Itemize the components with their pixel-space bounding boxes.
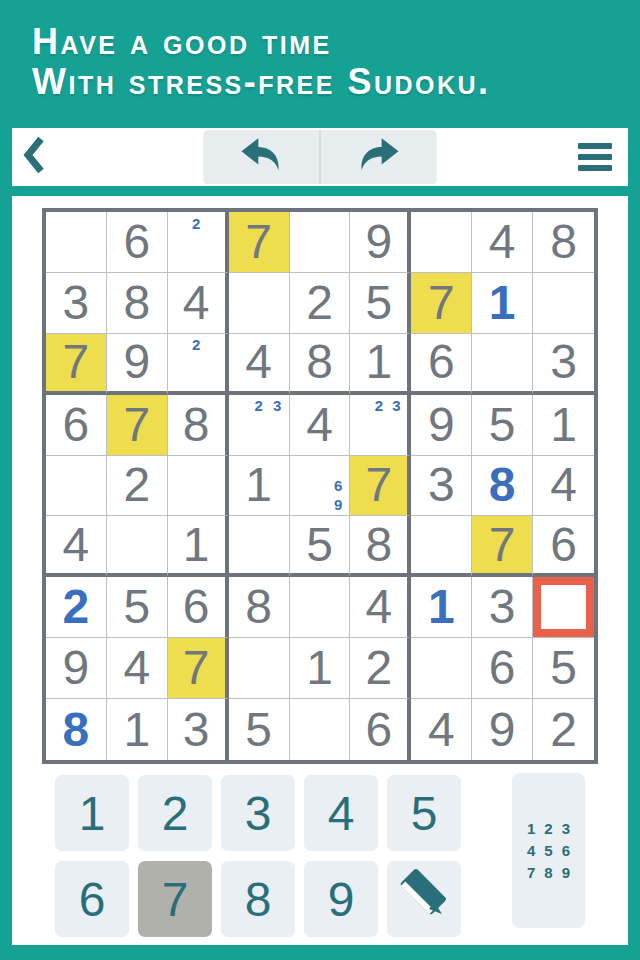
main-panel: 6279483842571792481636782342395121697384…: [12, 196, 628, 945]
keypad-row-2: 6789: [55, 861, 461, 937]
given-digit: 6: [183, 583, 210, 631]
keypad-key-3[interactable]: 3: [221, 775, 295, 851]
given-digit: 5: [366, 279, 393, 327]
pencil-mark-3: 3: [268, 397, 287, 416]
keypad-row-1: 12345: [55, 775, 461, 851]
cell-r2c9[interactable]: [533, 273, 594, 334]
headline-line2: With stress-free Sudoku.: [32, 62, 491, 102]
given-digit: 7: [123, 401, 150, 449]
given-digit: 3: [550, 338, 577, 386]
cell-r9c6[interactable]: 6: [350, 699, 411, 760]
cell-r8c5[interactable]: 1: [290, 638, 351, 699]
given-digit: 4: [366, 583, 393, 631]
cell-r2c3[interactable]: 4: [168, 273, 229, 334]
cell-r5c9[interactable]: 4: [533, 456, 594, 517]
keypad-key-1[interactable]: 1: [55, 775, 129, 851]
cell-r3c7[interactable]: 6: [411, 334, 472, 395]
given-digit: 5: [306, 521, 333, 569]
pencil-mark-2: 2: [370, 397, 388, 416]
pencil-mark-2: 2: [249, 397, 268, 416]
cell-r2c2[interactable]: 8: [107, 273, 168, 334]
cell-r4c9[interactable]: 1: [533, 395, 594, 456]
keypad-key-2[interactable]: 2: [138, 775, 212, 851]
redo-arrow-icon: [355, 135, 403, 179]
given-digit: 7: [366, 461, 393, 509]
cell-r1c5[interactable]: [290, 212, 351, 273]
given-digit: 6: [489, 644, 516, 692]
cell-r3c9[interactable]: 3: [533, 334, 594, 395]
keypad-key-4[interactable]: 4: [304, 775, 378, 851]
given-digit: 8: [306, 338, 333, 386]
given-digit: 6: [428, 338, 455, 386]
given-digit: 5: [245, 706, 272, 754]
pencil-marks: 23: [352, 397, 405, 453]
keypad-key-8[interactable]: 8: [221, 861, 295, 937]
cell-r5c3[interactable]: [168, 456, 229, 517]
undo-arrow-icon: [238, 135, 286, 179]
eraser-button[interactable]: [387, 861, 461, 937]
cell-r5c2[interactable]: 2: [107, 456, 168, 517]
given-digit: 6: [366, 706, 393, 754]
back-chevron-icon: [22, 134, 48, 180]
user-digit: 8: [63, 706, 90, 754]
cell-r4c6[interactable]: 23: [350, 395, 411, 456]
given-digit: 5: [123, 583, 150, 631]
cell-r3c4[interactable]: 4: [229, 334, 290, 395]
given-digit: 1: [245, 461, 272, 509]
given-digit: 6: [63, 401, 90, 449]
given-digit: 1: [366, 338, 393, 386]
cell-r6c9[interactable]: 6: [533, 516, 594, 577]
cell-r1c1[interactable]: [46, 212, 107, 273]
menu-button[interactable]: [578, 143, 612, 171]
cell-r3c1[interactable]: 7: [46, 334, 107, 395]
given-digit: 8: [245, 583, 272, 631]
given-digit: 9: [366, 218, 393, 266]
cell-r6c3[interactable]: 1: [168, 516, 229, 577]
cell-r3c2[interactable]: 9: [107, 334, 168, 395]
pencil-mark-9: 9: [329, 495, 348, 514]
cell-r8c1[interactable]: 9: [46, 638, 107, 699]
cell-r5c5[interactable]: 69: [290, 456, 351, 517]
notes-mode-button[interactable]: 123456789: [512, 773, 585, 928]
given-digit: 1: [550, 401, 577, 449]
given-digit: 2: [550, 706, 577, 754]
toolbar: [12, 128, 628, 186]
keypad-key-7[interactable]: 7: [138, 861, 212, 937]
given-digit: 2: [123, 461, 150, 509]
pencil-mark-2: 2: [187, 214, 205, 233]
cell-r6c8[interactable]: 7: [472, 516, 533, 577]
cell-r6c6[interactable]: 8: [350, 516, 411, 577]
cell-r7c1[interactable]: 2: [46, 577, 107, 638]
cell-r8c3[interactable]: 7: [168, 638, 229, 699]
cell-r3c5[interactable]: 8: [290, 334, 351, 395]
given-digit: 4: [489, 218, 516, 266]
cell-r6c1[interactable]: 4: [46, 516, 107, 577]
user-digit: 8: [489, 461, 516, 509]
app-headline: Have a good time With stress-free Sudoku…: [32, 22, 491, 102]
cell-r1c6[interactable]: 9: [350, 212, 411, 273]
sudoku-board: 6279483842571792481636782342395121697384…: [42, 208, 598, 764]
given-digit: 2: [366, 644, 393, 692]
undo-button[interactable]: [204, 130, 320, 184]
user-digit: 2: [63, 583, 90, 631]
cell-r9c2[interactable]: 1: [107, 699, 168, 760]
pencil-marks: 69: [292, 458, 348, 514]
given-digit: 1: [123, 706, 150, 754]
given-digit: 9: [489, 706, 516, 754]
cell-r4c3[interactable]: 8: [168, 395, 229, 456]
given-digit: 9: [123, 338, 150, 386]
cell-r9c7[interactable]: 4: [411, 699, 472, 760]
given-digit: 7: [183, 644, 210, 692]
cell-r7c3[interactable]: 6: [168, 577, 229, 638]
cell-r3c8[interactable]: [472, 334, 533, 395]
cell-r1c2[interactable]: 6: [107, 212, 168, 273]
redo-button[interactable]: [320, 130, 437, 184]
cell-r3c3[interactable]: 2: [168, 334, 229, 395]
pencil-marks: 2: [170, 336, 223, 389]
cell-r4c4[interactable]: 23: [229, 395, 290, 456]
keypad-key-6[interactable]: 6: [55, 861, 129, 937]
given-digit: 1: [183, 521, 210, 569]
cell-r7c2[interactable]: 5: [107, 577, 168, 638]
cell-r6c2[interactable]: [107, 516, 168, 577]
given-digit: 8: [550, 218, 577, 266]
cell-r2c5[interactable]: 2: [290, 273, 351, 334]
cell-r7c4[interactable]: 8: [229, 577, 290, 638]
cell-r2c8[interactable]: 1: [472, 273, 533, 334]
given-digit: 4: [428, 706, 455, 754]
given-digit: 8: [366, 521, 393, 569]
cell-r4c8[interactable]: 5: [472, 395, 533, 456]
cell-r7c7[interactable]: 1: [411, 577, 472, 638]
given-digit: 6: [123, 218, 150, 266]
given-digit: 7: [63, 338, 90, 386]
given-digit: 3: [428, 461, 455, 509]
back-button[interactable]: [12, 128, 58, 186]
cell-r9c5[interactable]: [290, 699, 351, 760]
given-digit: 8: [183, 401, 210, 449]
given-digit: 3: [183, 706, 210, 754]
cell-r8c7[interactable]: [411, 638, 472, 699]
cell-r8c8[interactable]: 6: [472, 638, 533, 699]
cell-r9c9[interactable]: 2: [533, 699, 594, 760]
cell-r4c2[interactable]: 7: [107, 395, 168, 456]
cell-r7c9[interactable]: [533, 577, 594, 638]
keypad-key-5[interactable]: 5: [387, 775, 461, 851]
cell-r7c5[interactable]: [290, 577, 351, 638]
cell-r5c8[interactable]: 8: [472, 456, 533, 517]
pencil-mark-3: 3: [388, 397, 406, 416]
given-digit: 4: [123, 644, 150, 692]
cell-r3c6[interactable]: 1: [350, 334, 411, 395]
given-digit: 3: [63, 279, 90, 327]
cell-r5c4[interactable]: 1: [229, 456, 290, 517]
pencil-marks: 2: [170, 214, 223, 270]
cell-r5c6[interactable]: 7: [350, 456, 411, 517]
cell-r1c9[interactable]: 8: [533, 212, 594, 273]
headline-line1: Have a good time: [32, 22, 491, 62]
cell-r2c4[interactable]: [229, 273, 290, 334]
eraser-icon: [399, 869, 449, 930]
cell-r1c3[interactable]: 2: [168, 212, 229, 273]
hamburger-menu-icon: [578, 143, 612, 149]
user-digit: 1: [489, 279, 516, 327]
given-digit: 9: [63, 644, 90, 692]
cell-r1c7[interactable]: [411, 212, 472, 273]
given-digit: 9: [428, 401, 455, 449]
cell-r6c7[interactable]: [411, 516, 472, 577]
given-digit: 5: [489, 401, 516, 449]
given-digit: 1: [306, 644, 333, 692]
given-digit: 7: [428, 279, 455, 327]
given-digit: 4: [63, 521, 90, 569]
cell-r1c8[interactable]: 4: [472, 212, 533, 273]
cell-r2c1[interactable]: 3: [46, 273, 107, 334]
cell-r9c1[interactable]: 8: [46, 699, 107, 760]
cell-r8c2[interactable]: 4: [107, 638, 168, 699]
cell-r4c5[interactable]: 4: [290, 395, 351, 456]
cell-r5c1[interactable]: [46, 456, 107, 517]
given-digit: 2: [306, 279, 333, 327]
cell-r6c5[interactable]: 5: [290, 516, 351, 577]
cell-r7c6[interactable]: 4: [350, 577, 411, 638]
given-digit: 3: [489, 583, 516, 631]
keypad-key-9[interactable]: 9: [304, 861, 378, 937]
given-digit: 5: [550, 644, 577, 692]
cell-r8c6[interactable]: 2: [350, 638, 411, 699]
cell-r8c4[interactable]: [229, 638, 290, 699]
cell-r5c7[interactable]: 3: [411, 456, 472, 517]
cell-r9c8[interactable]: 9: [472, 699, 533, 760]
cell-r4c1[interactable]: 6: [46, 395, 107, 456]
cell-r9c4[interactable]: 5: [229, 699, 290, 760]
given-digit: 4: [245, 338, 272, 386]
cell-r1c4[interactable]: 7: [229, 212, 290, 273]
pencil-mark-2: 2: [187, 336, 205, 354]
cell-r6c4[interactable]: [229, 516, 290, 577]
cell-r8c9[interactable]: 5: [533, 638, 594, 699]
cell-r7c8[interactable]: 3: [472, 577, 533, 638]
given-digit: 6: [550, 521, 577, 569]
given-digit: 7: [245, 218, 272, 266]
cell-r2c7[interactable]: 7: [411, 273, 472, 334]
cell-r9c3[interactable]: 3: [168, 699, 229, 760]
notes-button-digits: 123456789: [527, 820, 570, 881]
given-digit: 4: [306, 401, 333, 449]
pencil-marks: 23: [231, 397, 287, 453]
cell-r2c6[interactable]: 5: [350, 273, 411, 334]
undo-redo-group: [204, 130, 437, 184]
given-digit: 4: [550, 461, 577, 509]
pencil-mark-6: 6: [329, 476, 348, 495]
user-digit: 1: [428, 583, 455, 631]
given-digit: 8: [123, 279, 150, 327]
given-digit: 7: [489, 521, 516, 569]
given-digit: 4: [183, 279, 210, 327]
cell-r4c7[interactable]: 9: [411, 395, 472, 456]
